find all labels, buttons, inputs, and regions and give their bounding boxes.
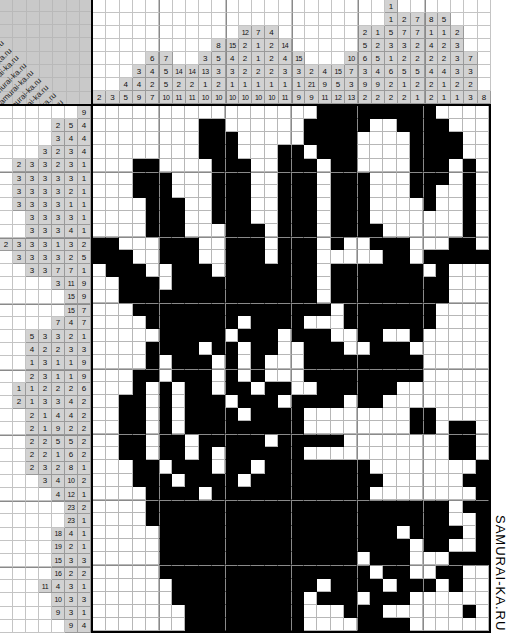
board-cell[interactable] (93, 106, 106, 119)
board-cell[interactable] (463, 565, 476, 578)
board-cell[interactable] (357, 408, 370, 421)
board-cell[interactable] (159, 355, 172, 368)
board-cell[interactable] (436, 119, 449, 132)
board-cell[interactable] (357, 395, 370, 408)
board-cell[interactable] (410, 198, 423, 211)
board-cell[interactable] (331, 237, 344, 250)
board-cell[interactable] (397, 474, 410, 487)
board-cell[interactable] (119, 369, 132, 382)
board-cell[interactable] (172, 565, 185, 578)
board-cell[interactable] (463, 592, 476, 605)
board-cell[interactable] (423, 434, 436, 447)
board-cell[interactable] (304, 526, 317, 539)
board-cell[interactable] (146, 264, 159, 277)
board-cell[interactable] (397, 145, 410, 158)
board-cell[interactable] (476, 198, 489, 211)
board-cell[interactable] (463, 316, 476, 329)
board-cell[interactable] (212, 303, 225, 316)
board-cell[interactable] (370, 277, 383, 290)
board-cell[interactable] (436, 513, 449, 526)
board-cell[interactable] (449, 421, 462, 434)
board-cell[interactable] (476, 237, 489, 250)
board-cell[interactable] (344, 119, 357, 132)
board-cell[interactable] (370, 237, 383, 250)
board-cell[interactable] (344, 552, 357, 565)
board-cell[interactable] (119, 447, 132, 460)
board-cell[interactable] (291, 329, 304, 342)
board-cell[interactable] (304, 159, 317, 172)
board-cell[interactable] (344, 539, 357, 552)
board-cell[interactable] (106, 132, 119, 145)
board-cell[interactable] (199, 618, 212, 631)
board-cell[interactable] (397, 119, 410, 132)
board-cell[interactable] (225, 513, 238, 526)
board-cell[interactable] (357, 264, 370, 277)
board-cell[interactable] (436, 277, 449, 290)
board-cell[interactable] (370, 487, 383, 500)
board-cell[interactable] (238, 395, 251, 408)
board-cell[interactable] (212, 237, 225, 250)
board-cell[interactable] (225, 303, 238, 316)
board-cell[interactable] (172, 408, 185, 421)
board-cell[interactable] (212, 119, 225, 132)
board-cell[interactable] (119, 250, 132, 263)
board-cell[interactable] (436, 382, 449, 395)
board-cell[interactable] (317, 185, 330, 198)
board-cell[interactable] (185, 526, 198, 539)
board-cell[interactable] (436, 290, 449, 303)
board-cell[interactable] (212, 145, 225, 158)
board-cell[interactable] (357, 211, 370, 224)
board-cell[interactable] (159, 316, 172, 329)
board-cell[interactable] (449, 618, 462, 631)
board-cell[interactable] (304, 250, 317, 263)
board-cell[interactable] (383, 382, 396, 395)
board-cell[interactable] (133, 119, 146, 132)
board-cell[interactable] (423, 159, 436, 172)
board-cell[interactable] (357, 198, 370, 211)
board-cell[interactable] (238, 106, 251, 119)
board-cell[interactable] (291, 487, 304, 500)
board-cell[interactable] (410, 618, 423, 631)
board-cell[interactable] (199, 447, 212, 460)
board-cell[interactable] (212, 132, 225, 145)
board-cell[interactable] (172, 119, 185, 132)
board-cell[interactable] (265, 290, 278, 303)
board-cell[interactable] (172, 434, 185, 447)
board-cell[interactable] (291, 172, 304, 185)
board-cell[interactable] (119, 264, 132, 277)
board-cell[interactable] (212, 224, 225, 237)
board-cell[interactable] (251, 447, 264, 460)
board-cell[interactable] (265, 408, 278, 421)
board-cell[interactable] (357, 250, 370, 263)
board-cell[interactable] (476, 172, 489, 185)
board-cell[interactable] (278, 198, 291, 211)
board-cell[interactable] (317, 277, 330, 290)
board-cell[interactable] (370, 290, 383, 303)
board-cell[interactable] (304, 447, 317, 460)
board-cell[interactable] (278, 342, 291, 355)
board-cell[interactable] (93, 172, 106, 185)
board-cell[interactable] (106, 408, 119, 421)
board-cell[interactable] (159, 565, 172, 578)
board-cell[interactable] (304, 303, 317, 316)
board-cell[interactable] (146, 172, 159, 185)
board-cell[interactable] (397, 185, 410, 198)
board-cell[interactable] (172, 395, 185, 408)
board-cell[interactable] (93, 618, 106, 631)
board-cell[interactable] (185, 474, 198, 487)
board-cell[interactable] (133, 539, 146, 552)
board-cell[interactable] (159, 421, 172, 434)
board-cell[interactable] (106, 329, 119, 342)
board-cell[interactable] (423, 211, 436, 224)
board-cell[interactable] (463, 277, 476, 290)
board-cell[interactable] (159, 329, 172, 342)
board-cell[interactable] (317, 605, 330, 618)
board-cell[interactable] (357, 539, 370, 552)
board-cell[interactable] (185, 264, 198, 277)
board-cell[interactable] (291, 605, 304, 618)
board-cell[interactable] (317, 264, 330, 277)
board-cell[interactable] (370, 539, 383, 552)
board-cell[interactable] (357, 237, 370, 250)
board-cell[interactable] (383, 539, 396, 552)
board-cell[interactable] (476, 460, 489, 473)
board-cell[interactable] (212, 408, 225, 421)
board-cell[interactable] (383, 145, 396, 158)
board-cell[interactable] (463, 159, 476, 172)
board-cell[interactable] (423, 342, 436, 355)
board-cell[interactable] (410, 579, 423, 592)
board-cell[interactable] (238, 198, 251, 211)
board-cell[interactable] (185, 159, 198, 172)
board-cell[interactable] (265, 539, 278, 552)
board-cell[interactable] (449, 552, 462, 565)
board-cell[interactable] (251, 290, 264, 303)
board-cell[interactable] (463, 434, 476, 447)
board-cell[interactable] (317, 316, 330, 329)
board-cell[interactable] (331, 382, 344, 395)
board-cell[interactable] (159, 342, 172, 355)
board-cell[interactable] (449, 342, 462, 355)
board-cell[interactable] (238, 447, 251, 460)
board-cell[interactable] (317, 145, 330, 158)
board-cell[interactable] (133, 132, 146, 145)
board-cell[interactable] (106, 172, 119, 185)
board-cell[interactable] (146, 237, 159, 250)
board-cell[interactable] (410, 447, 423, 460)
board-cell[interactable] (172, 421, 185, 434)
board-cell[interactable] (133, 211, 146, 224)
board-cell[interactable] (436, 592, 449, 605)
board-cell[interactable] (278, 211, 291, 224)
board-cell[interactable] (133, 342, 146, 355)
board-cell[interactable] (225, 487, 238, 500)
board-cell[interactable] (370, 434, 383, 447)
board-cell[interactable] (423, 579, 436, 592)
board-cell[interactable] (93, 579, 106, 592)
board-cell[interactable] (93, 474, 106, 487)
board-cell[interactable] (238, 369, 251, 382)
board-cell[interactable] (199, 159, 212, 172)
board-cell[interactable] (119, 552, 132, 565)
board-cell[interactable] (199, 145, 212, 158)
board-cell[interactable] (93, 237, 106, 250)
board-cell[interactable] (172, 106, 185, 119)
board-cell[interactable] (397, 460, 410, 473)
board-cell[interactable] (331, 145, 344, 158)
board-cell[interactable] (423, 355, 436, 368)
board-cell[interactable] (410, 605, 423, 618)
board-cell[interactable] (93, 447, 106, 460)
board-cell[interactable] (199, 592, 212, 605)
board-cell[interactable] (370, 355, 383, 368)
board-cell[interactable] (449, 526, 462, 539)
board-cell[interactable] (185, 579, 198, 592)
board-cell[interactable] (238, 355, 251, 368)
board-cell[interactable] (397, 605, 410, 618)
board-cell[interactable] (185, 460, 198, 473)
board-cell[interactable] (410, 237, 423, 250)
board-cell[interactable] (172, 224, 185, 237)
board-cell[interactable] (331, 303, 344, 316)
board-cell[interactable] (357, 500, 370, 513)
board-cell[interactable] (212, 565, 225, 578)
board-cell[interactable] (265, 369, 278, 382)
board-cell[interactable] (331, 329, 344, 342)
board-cell[interactable] (357, 342, 370, 355)
board-cell[interactable] (265, 579, 278, 592)
board-cell[interactable] (93, 132, 106, 145)
board-cell[interactable] (278, 592, 291, 605)
board-cell[interactable] (146, 552, 159, 565)
board-cell[interactable] (172, 474, 185, 487)
board-cell[interactable] (291, 539, 304, 552)
board-cell[interactable] (410, 250, 423, 263)
board-cell[interactable] (146, 145, 159, 158)
board-cell[interactable] (225, 421, 238, 434)
board-cell[interactable] (119, 303, 132, 316)
board-cell[interactable] (331, 277, 344, 290)
board-cell[interactable] (423, 132, 436, 145)
board-cell[interactable] (93, 460, 106, 473)
board-cell[interactable] (119, 500, 132, 513)
board-cell[interactable] (106, 224, 119, 237)
board-cell[interactable] (212, 316, 225, 329)
board-cell[interactable] (436, 579, 449, 592)
board-cell[interactable] (93, 513, 106, 526)
board-cell[interactable] (238, 159, 251, 172)
board-cell[interactable] (185, 106, 198, 119)
board-cell[interactable] (172, 198, 185, 211)
board-cell[interactable] (238, 565, 251, 578)
board-cell[interactable] (106, 447, 119, 460)
board-cell[interactable] (304, 342, 317, 355)
board-cell[interactable] (185, 513, 198, 526)
board-cell[interactable] (119, 277, 132, 290)
board-cell[interactable] (251, 474, 264, 487)
board-cell[interactable] (146, 500, 159, 513)
board-cell[interactable] (159, 618, 172, 631)
board-cell[interactable] (344, 487, 357, 500)
board-cell[interactable] (119, 316, 132, 329)
board-cell[interactable] (133, 329, 146, 342)
board-cell[interactable] (410, 224, 423, 237)
board-cell[interactable] (304, 421, 317, 434)
board-cell[interactable] (383, 290, 396, 303)
board-cell[interactable] (331, 447, 344, 460)
board-cell[interactable] (397, 487, 410, 500)
board-cell[interactable] (199, 565, 212, 578)
board-cell[interactable] (93, 277, 106, 290)
board-cell[interactable] (119, 172, 132, 185)
board-cell[interactable] (423, 119, 436, 132)
board-cell[interactable] (476, 224, 489, 237)
board-cell[interactable] (185, 605, 198, 618)
board-cell[interactable] (357, 172, 370, 185)
board-cell[interactable] (410, 329, 423, 342)
board-cell[interactable] (225, 460, 238, 473)
board-cell[interactable] (383, 474, 396, 487)
board-cell[interactable] (172, 552, 185, 565)
board-cell[interactable] (265, 303, 278, 316)
board-cell[interactable] (278, 119, 291, 132)
board-cell[interactable] (344, 145, 357, 158)
board-cell[interactable] (93, 487, 106, 500)
board-cell[interactable] (106, 211, 119, 224)
board-cell[interactable] (383, 565, 396, 578)
board-cell[interactable] (225, 369, 238, 382)
board-cell[interactable] (344, 237, 357, 250)
board-cell[interactable] (159, 579, 172, 592)
board-cell[interactable] (449, 224, 462, 237)
board-cell[interactable] (119, 382, 132, 395)
board-cell[interactable] (238, 500, 251, 513)
board-cell[interactable] (159, 408, 172, 421)
board-cell[interactable] (225, 565, 238, 578)
board-cell[interactable] (251, 159, 264, 172)
board-cell[interactable] (449, 474, 462, 487)
board-cell[interactable] (410, 565, 423, 578)
board-cell[interactable] (304, 565, 317, 578)
board-cell[interactable] (436, 185, 449, 198)
board-cell[interactable] (331, 342, 344, 355)
board-cell[interactable] (383, 460, 396, 473)
board-cell[interactable] (370, 592, 383, 605)
board-cell[interactable] (172, 460, 185, 473)
board-cell[interactable] (251, 106, 264, 119)
board-cell[interactable] (397, 159, 410, 172)
board-cell[interactable] (225, 316, 238, 329)
board-cell[interactable] (265, 132, 278, 145)
board-cell[interactable] (436, 342, 449, 355)
board-cell[interactable] (185, 237, 198, 250)
board-cell[interactable] (238, 526, 251, 539)
board-cell[interactable] (331, 487, 344, 500)
board-cell[interactable] (93, 408, 106, 421)
board-cell[interactable] (476, 264, 489, 277)
board-cell[interactable] (199, 474, 212, 487)
board-cell[interactable] (199, 342, 212, 355)
board-cell[interactable] (370, 119, 383, 132)
board-cell[interactable] (146, 618, 159, 631)
board-cell[interactable] (93, 198, 106, 211)
board-cell[interactable] (449, 355, 462, 368)
board-cell[interactable] (383, 421, 396, 434)
board-cell[interactable] (238, 264, 251, 277)
board-cell[interactable] (159, 434, 172, 447)
board-cell[interactable] (291, 500, 304, 513)
board-cell[interactable] (476, 159, 489, 172)
board-cell[interactable] (199, 106, 212, 119)
board-cell[interactable] (291, 395, 304, 408)
board-cell[interactable] (159, 460, 172, 473)
board-cell[interactable] (344, 211, 357, 224)
board-cell[interactable] (463, 250, 476, 263)
board-cell[interactable] (278, 329, 291, 342)
board-cell[interactable] (146, 434, 159, 447)
board-cell[interactable] (423, 421, 436, 434)
board-cell[interactable] (159, 198, 172, 211)
board-cell[interactable] (436, 460, 449, 473)
board-cell[interactable] (423, 408, 436, 421)
board-cell[interactable] (199, 303, 212, 316)
board-cell[interactable] (185, 303, 198, 316)
board-cell[interactable] (133, 198, 146, 211)
board-cell[interactable] (251, 132, 264, 145)
board-cell[interactable] (463, 579, 476, 592)
board-cell[interactable] (238, 434, 251, 447)
board-cell[interactable] (436, 132, 449, 145)
board-cell[interactable] (265, 355, 278, 368)
board-cell[interactable] (357, 159, 370, 172)
board-cell[interactable] (370, 132, 383, 145)
board-cell[interactable] (357, 224, 370, 237)
board-cell[interactable] (291, 316, 304, 329)
board-cell[interactable] (463, 513, 476, 526)
board-cell[interactable] (383, 447, 396, 460)
board-cell[interactable] (304, 277, 317, 290)
board-cell[interactable] (93, 224, 106, 237)
board-cell[interactable] (159, 159, 172, 172)
board-cell[interactable] (251, 408, 264, 421)
board-cell[interactable] (357, 382, 370, 395)
board-cell[interactable] (225, 264, 238, 277)
board-cell[interactable] (436, 605, 449, 618)
board-cell[interactable] (463, 303, 476, 316)
board-cell[interactable] (172, 329, 185, 342)
board-cell[interactable] (304, 408, 317, 421)
board-cell[interactable] (383, 500, 396, 513)
board-cell[interactable] (159, 106, 172, 119)
board-cell[interactable] (146, 303, 159, 316)
board-cell[interactable] (304, 552, 317, 565)
board-cell[interactable] (304, 329, 317, 342)
board-cell[interactable] (265, 382, 278, 395)
board-cell[interactable] (423, 145, 436, 158)
board-cell[interactable] (463, 421, 476, 434)
board-cell[interactable] (397, 198, 410, 211)
board-cell[interactable] (291, 474, 304, 487)
board-cell[interactable] (185, 198, 198, 211)
board-cell[interactable] (463, 290, 476, 303)
board-cell[interactable] (370, 395, 383, 408)
board-cell[interactable] (344, 579, 357, 592)
board-cell[interactable] (397, 237, 410, 250)
board-cell[interactable] (317, 355, 330, 368)
